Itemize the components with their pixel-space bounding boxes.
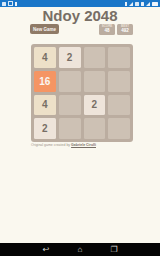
empty-cell	[108, 118, 130, 139]
clock-indicator	[152, 2, 158, 6]
android-nav-bar: ↩ ⌂ ❐	[0, 243, 160, 256]
empty-cell	[59, 118, 81, 139]
score-box: SCORE 48	[99, 24, 115, 35]
notification-icon-3	[15, 2, 17, 6]
vibrate-icon	[125, 2, 127, 6]
tile-2: 2	[59, 47, 81, 68]
empty-cell	[84, 71, 106, 92]
new-game-button[interactable]: New Game	[30, 24, 59, 34]
notification-icon-1	[2, 2, 6, 6]
tile-2: 2	[34, 118, 56, 139]
tile-2: 2	[84, 95, 106, 116]
empty-cell	[84, 47, 106, 68]
empty-cell	[108, 47, 130, 68]
attribution-prefix: Original game created by	[31, 143, 71, 147]
back-icon[interactable]: ↩	[41, 246, 51, 254]
best-value: 492	[121, 29, 129, 34]
empty-cell	[84, 118, 106, 139]
tile-4: 4	[34, 47, 56, 68]
attribution-link[interactable]: Gabriele Cirulli	[71, 143, 96, 147]
empty-cell	[108, 95, 130, 116]
game-board[interactable]: 4216422	[31, 44, 133, 142]
recents-icon[interactable]: ❐	[109, 246, 119, 254]
page-title: Ndoy 2048	[0, 6, 160, 25]
empty-cell	[59, 95, 81, 116]
tile-16: 16	[34, 71, 56, 92]
signal-icon-2	[146, 2, 150, 6]
empty-cell	[108, 71, 130, 92]
score-value: 48	[104, 29, 109, 34]
tile-4: 4	[34, 95, 56, 116]
status-system-icons	[125, 2, 158, 6]
home-icon[interactable]: ⌂	[75, 246, 85, 254]
attribution-text: Original game created by Gabriele Cirull…	[31, 143, 133, 147]
best-box: BEST 492	[117, 24, 133, 35]
signal-icon	[129, 2, 133, 6]
battery-icon	[141, 2, 144, 6]
wifi-icon	[135, 2, 139, 6]
app-screen: Ndoy 2048 New Game SCORE 48 BEST 492 421…	[0, 0, 160, 256]
empty-cell	[59, 71, 81, 92]
